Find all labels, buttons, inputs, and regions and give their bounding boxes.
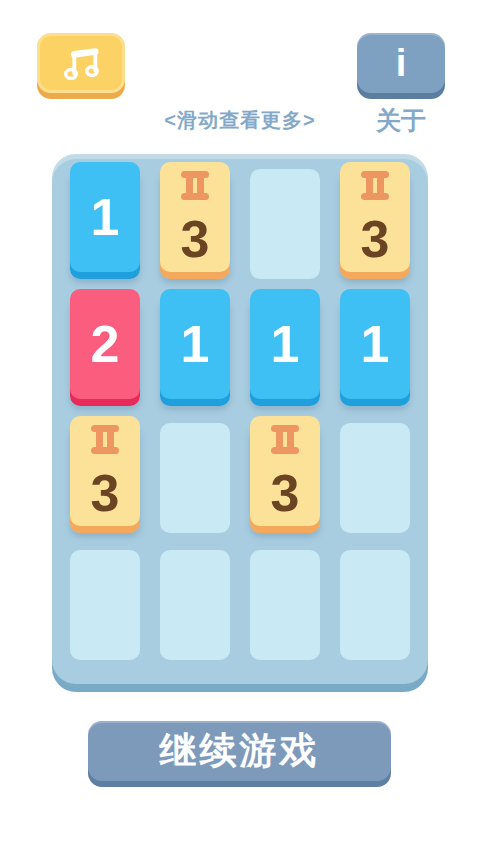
swipe-hint: <滑动查看更多> (0, 107, 480, 134)
cell-r2c3: 1 (250, 296, 320, 406)
gemini-double-mark-icon (181, 171, 209, 200)
tile-2[interactable]: 2 (70, 289, 140, 399)
tile-value: 3 (361, 211, 390, 267)
tile-value: 2 (91, 316, 120, 372)
continue-label: 继续游戏 (160, 726, 320, 776)
gemini-double-mark-icon (361, 171, 389, 200)
info-icon: i (396, 44, 407, 82)
music-button[interactable] (37, 33, 125, 93)
cell-r3c1: 3 (70, 423, 140, 533)
tile-value: 3 (91, 465, 120, 521)
tile-value: 1 (181, 316, 210, 372)
gemini-double-mark-icon (271, 425, 299, 454)
tile-3-double[interactable]: 3 (70, 416, 140, 526)
cell-r1c1: 1 (70, 169, 140, 279)
cell-r4c1 (70, 550, 140, 660)
cell-r1c2: 3 (160, 169, 230, 279)
gemini-double-mark-icon (91, 425, 119, 454)
cell-r3c3: 3 (250, 423, 320, 533)
tile-value: 1 (91, 189, 120, 245)
tile-1[interactable]: 1 (340, 289, 410, 399)
cell-r4c4 (340, 550, 410, 660)
cell-r2c2: 1 (160, 296, 230, 406)
tile-value: 1 (271, 316, 300, 372)
game-board[interactable]: 133211133 (52, 154, 428, 684)
info-button[interactable]: i (357, 33, 445, 93)
cell-r1c4: 3 (340, 169, 410, 279)
cell-r2c1: 2 (70, 296, 140, 406)
cell-r4c2 (160, 550, 230, 660)
cell-r2c4: 1 (340, 296, 410, 406)
tile-3-double[interactable]: 3 (340, 162, 410, 272)
tile-1[interactable]: 1 (250, 289, 320, 399)
game-screen: { "game": "Threes-style 4x4 sliding numb… (0, 0, 480, 854)
cell-r3c2 (160, 423, 230, 533)
tile-value: 3 (181, 211, 210, 267)
tile-value: 3 (271, 465, 300, 521)
tile-3-double[interactable]: 3 (160, 162, 230, 272)
continue-button[interactable]: 继续游戏 (88, 721, 391, 781)
tile-3-double[interactable]: 3 (250, 416, 320, 526)
cell-r3c4 (340, 423, 410, 533)
tile-value: 1 (361, 316, 390, 372)
cell-r1c3 (250, 169, 320, 279)
tile-1[interactable]: 1 (70, 162, 140, 272)
cell-r4c3 (250, 550, 320, 660)
music-note-icon (58, 42, 104, 84)
tile-1[interactable]: 1 (160, 289, 230, 399)
